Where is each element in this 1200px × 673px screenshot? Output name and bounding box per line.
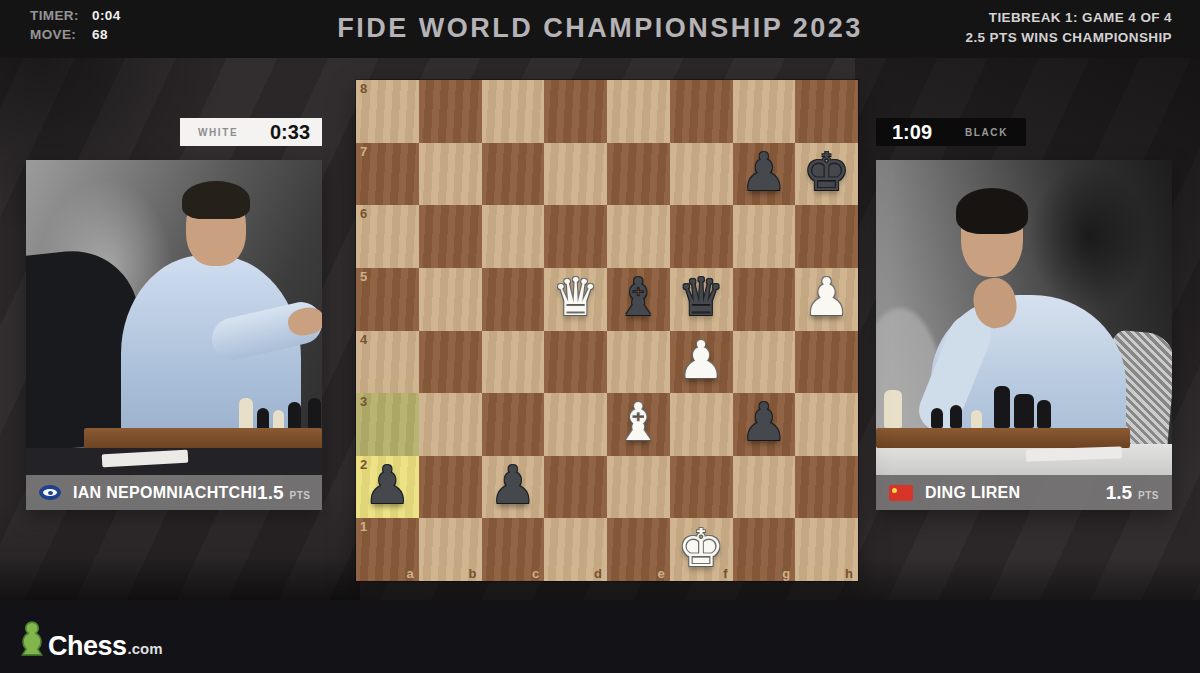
black-clock-label: BLACK — [965, 127, 1008, 138]
square-b8 — [419, 80, 482, 143]
chess-piece-silhouette — [971, 410, 982, 428]
chesscom-brand-text: Chess — [48, 634, 127, 658]
file-label-e: e — [658, 566, 665, 581]
white-clock-label: WHITE — [198, 127, 238, 138]
table-chessboard — [84, 428, 322, 450]
black-pawn: ♟ — [364, 459, 411, 511]
white-clock: WHITE 0:33 — [180, 118, 322, 146]
square-d4 — [544, 331, 607, 394]
square-a3: 3 — [356, 393, 419, 456]
white-player-score: 1.5 — [257, 482, 283, 504]
rank-label-3: 3 — [360, 394, 367, 409]
square-a5: 5 — [356, 268, 419, 331]
file-label-d: d — [594, 566, 602, 581]
chess-piece-silhouette — [1014, 394, 1034, 428]
chess-board: 87♟♚65♛♝♛♟4♟3♝♟2♟♟1abcdef♚gh — [356, 80, 858, 581]
rank-label-2: 2 — [360, 457, 367, 472]
square-b2 — [419, 456, 482, 519]
chesscom-pawn-icon — [16, 620, 48, 658]
black-player-score-unit: PTS — [1138, 490, 1159, 501]
square-h5: ♟ — [795, 268, 858, 331]
square-g8 — [733, 80, 796, 143]
square-e3: ♝ — [607, 393, 670, 456]
square-c8 — [482, 80, 545, 143]
tiebreak-line2: 2.5 PTS WINS CHAMPIONSHIP — [965, 28, 1172, 48]
black-bishop: ♝ — [615, 271, 662, 323]
white-table — [876, 444, 1172, 475]
square-h4 — [795, 331, 858, 394]
square-c3 — [482, 393, 545, 456]
square-f2 — [670, 456, 733, 519]
file-label-a: a — [407, 566, 414, 581]
square-a1: 1a — [356, 518, 419, 581]
chess-piece-silhouette — [950, 405, 962, 428]
square-b3 — [419, 393, 482, 456]
file-label-g: g — [782, 566, 790, 581]
black-king: ♚ — [803, 146, 850, 198]
square-g7: ♟ — [733, 143, 796, 206]
square-a4: 4 — [356, 331, 419, 394]
black-pawn: ♟ — [741, 396, 788, 448]
square-g5 — [733, 268, 796, 331]
square-e4 — [607, 331, 670, 394]
file-label-f: f — [723, 566, 727, 581]
square-b5 — [419, 268, 482, 331]
square-g6 — [733, 205, 796, 268]
square-c1: c — [482, 518, 545, 581]
square-f5: ♛ — [670, 268, 733, 331]
chess-piece-silhouette — [931, 408, 943, 428]
square-f8 — [670, 80, 733, 143]
square-b7 — [419, 143, 482, 206]
rank-label-5: 5 — [360, 269, 367, 284]
black-player-namebar: DING LIREN 1.5 PTS — [876, 475, 1172, 510]
bottom-bar: Chess .com ♞ FIDE — [0, 600, 1200, 673]
square-f1: f♚ — [670, 518, 733, 581]
square-e1: e — [607, 518, 670, 581]
black-pawn: ♟ — [490, 459, 537, 511]
square-d2 — [544, 456, 607, 519]
square-g3: ♟ — [733, 393, 796, 456]
rank-label-1: 1 — [360, 519, 367, 534]
chess-piece-silhouette — [257, 408, 269, 430]
square-a6: 6 — [356, 205, 419, 268]
square-d1: d — [544, 518, 607, 581]
white-player-panel: IAN NEPOMNIACHTCHI 1.5 PTS — [26, 160, 322, 510]
rank-label-8: 8 — [360, 81, 367, 96]
black-player-photo — [876, 160, 1172, 475]
rank-label-7: 7 — [360, 144, 367, 159]
square-d6 — [544, 205, 607, 268]
white-queen: ♛ — [552, 271, 599, 323]
file-label-c: c — [532, 566, 539, 581]
white-pawn: ♟ — [678, 334, 725, 386]
square-g1: g — [733, 518, 796, 581]
chess-piece-silhouette — [239, 398, 253, 430]
chesscom-suffix-text: .com — [128, 640, 163, 658]
white-pawn: ♟ — [803, 271, 850, 323]
rank-label-6: 6 — [360, 206, 367, 221]
square-f7 — [670, 143, 733, 206]
photo-background-blob — [1030, 166, 1148, 308]
chess-piece-silhouette — [1037, 400, 1051, 428]
black-clock: 1:09 BLACK — [876, 118, 1026, 146]
player-head — [186, 190, 246, 266]
square-d3 — [544, 393, 607, 456]
square-d5: ♛ — [544, 268, 607, 331]
square-d7 — [544, 143, 607, 206]
chess-piece-silhouette — [288, 402, 301, 430]
header-band: TIMER: 0:04 MOVE: 68 FIDE WORLD CHAMPION… — [0, 0, 1200, 58]
square-f4: ♟ — [670, 331, 733, 394]
black-queen: ♛ — [678, 271, 725, 323]
chesscom-logo: Chess .com — [16, 620, 163, 658]
file-label-b: b — [469, 566, 477, 581]
black-player-name: DING LIREN — [925, 484, 1020, 502]
square-e7 — [607, 143, 670, 206]
square-d8 — [544, 80, 607, 143]
chess-piece-silhouette — [994, 386, 1010, 428]
white-king: ♚ — [678, 522, 725, 574]
square-h7: ♚ — [795, 143, 858, 206]
square-h1: h — [795, 518, 858, 581]
chess-piece-silhouette — [308, 398, 321, 430]
white-player-namebar: IAN NEPOMNIACHTCHI 1.5 PTS — [26, 475, 322, 510]
white-bishop: ♝ — [615, 396, 662, 448]
square-c4 — [482, 331, 545, 394]
square-f6 — [670, 205, 733, 268]
player-head — [961, 195, 1023, 277]
square-e2 — [607, 456, 670, 519]
white-clock-time: 0:33 — [270, 121, 310, 144]
square-b6 — [419, 205, 482, 268]
square-e8 — [607, 80, 670, 143]
square-c2: ♟ — [482, 456, 545, 519]
chess-piece-silhouette — [273, 410, 284, 430]
tiebreak-line1: TIEBREAK 1: GAME 4 OF 4 — [965, 8, 1172, 28]
broadcast-stage: TIMER: 0:04 MOVE: 68 FIDE WORLD CHAMPION… — [0, 0, 1200, 673]
table-chessboard — [876, 428, 1130, 448]
square-a2: 2♟ — [356, 456, 419, 519]
square-b1: b — [419, 518, 482, 581]
square-e6 — [607, 205, 670, 268]
chess-piece-silhouette — [884, 390, 902, 428]
square-h3 — [795, 393, 858, 456]
square-b4 — [419, 331, 482, 394]
square-h2 — [795, 456, 858, 519]
rank-label-4: 4 — [360, 332, 367, 347]
square-e5: ♝ — [607, 268, 670, 331]
white-player-score-unit: PTS — [290, 490, 311, 501]
black-player-panel: DING LIREN 1.5 PTS — [876, 160, 1172, 510]
tiebreak-info: TIEBREAK 1: GAME 4 OF 4 2.5 PTS WINS CHA… — [965, 8, 1172, 48]
black-clock-time: 1:09 — [892, 121, 932, 144]
square-f3 — [670, 393, 733, 456]
file-label-h: h — [845, 566, 853, 581]
square-a8: 8 — [356, 80, 419, 143]
square-g4 — [733, 331, 796, 394]
china-flag-icon — [889, 485, 913, 501]
white-player-name: IAN NEPOMNIACHTCHI — [73, 484, 257, 502]
black-player-score: 1.5 — [1106, 482, 1132, 504]
fide-flag-icon — [39, 485, 61, 500]
square-h6 — [795, 205, 858, 268]
square-g2 — [733, 456, 796, 519]
black-pawn: ♟ — [741, 146, 788, 198]
square-c6 — [482, 205, 545, 268]
square-c5 — [482, 268, 545, 331]
square-h8 — [795, 80, 858, 143]
square-c7 — [482, 143, 545, 206]
square-a7: 7 — [356, 143, 419, 206]
white-player-photo — [26, 160, 322, 475]
